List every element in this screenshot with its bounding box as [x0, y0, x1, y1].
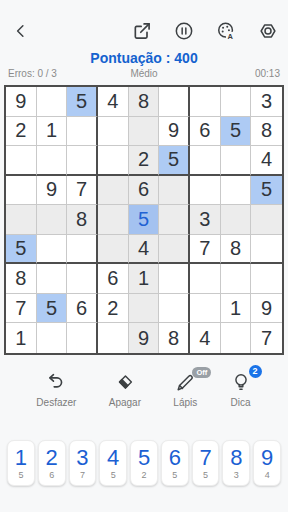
cell-r4c4[interactable] [98, 176, 129, 206]
numpad-digit: 1 [15, 447, 27, 469]
back-button[interactable] [10, 20, 32, 42]
settings-button[interactable] [258, 20, 280, 42]
sudoku-board: 954832196582549765853547886175621919847 [4, 85, 284, 355]
cell-r2c1[interactable]: 2 [6, 117, 37, 147]
numpad-button-9[interactable]: 94 [253, 440, 281, 486]
numpad-digit: 8 [230, 447, 242, 469]
cell-r7c3[interactable] [67, 264, 98, 294]
cell-r6c3[interactable] [67, 235, 98, 265]
cell-r8c9[interactable]: 9 [251, 294, 282, 324]
numpad-button-1[interactable]: 15 [7, 440, 35, 486]
cell-r2c4[interactable] [98, 117, 129, 147]
cell-r2c5[interactable] [129, 117, 160, 147]
hint-button[interactable]: 2 Dica [224, 368, 258, 412]
palette-icon: A [216, 21, 238, 41]
cell-r2c3[interactable] [67, 117, 98, 147]
cell-r6c8[interactable]: 8 [221, 235, 252, 265]
undo-button[interactable]: Desfazer [30, 368, 82, 412]
undo-label: Desfazer [36, 397, 76, 408]
numpad-remaining-count: 4 [265, 471, 270, 480]
cell-r6c6[interactable] [159, 235, 190, 265]
cell-r7c7[interactable] [190, 264, 221, 294]
cell-r1c7[interactable] [190, 87, 221, 117]
share-icon [132, 21, 154, 41]
numpad-remaining-count: 7 [80, 471, 85, 480]
numpad-remaining-count: 2 [142, 471, 147, 480]
numpad-digit: 6 [169, 447, 181, 469]
numpad-remaining-count: 5 [18, 471, 23, 480]
cell-r5c1[interactable] [6, 205, 37, 235]
cell-r9c3[interactable] [67, 323, 98, 353]
hint-label: Dica [231, 397, 251, 408]
settings-icon [258, 21, 280, 41]
numpad-digit: 9 [261, 447, 273, 469]
cell-r5c3[interactable]: 8 [67, 205, 98, 235]
cell-r1c3[interactable]: 5 [67, 87, 98, 117]
cell-r4c8[interactable] [221, 176, 252, 206]
numpad-remaining-count: 3 [234, 471, 239, 480]
cell-r7c9[interactable] [251, 264, 282, 294]
cell-r9c8[interactable] [221, 323, 252, 353]
cell-r7c5[interactable]: 1 [129, 264, 160, 294]
errors-label: Erros: 0 / 3 [8, 68, 57, 79]
cell-r8c8[interactable]: 1 [221, 294, 252, 324]
pencil-label: Lápis [173, 397, 197, 408]
cell-r6c2[interactable] [37, 235, 68, 265]
cell-r2c6[interactable]: 9 [159, 117, 190, 147]
cell-r7c2[interactable] [37, 264, 68, 294]
pencil-off-badge: Off [192, 367, 211, 378]
undo-icon [45, 372, 67, 392]
numpad-button-2[interactable]: 26 [38, 440, 66, 486]
score-label: Pontuação : 400 [0, 50, 288, 66]
cell-r1c6[interactable] [159, 87, 190, 117]
cell-r7c1[interactable]: 8 [6, 264, 37, 294]
cell-r3c9[interactable]: 4 [251, 146, 282, 176]
cell-r9c4[interactable] [98, 323, 129, 353]
cell-r2c2[interactable]: 1 [37, 117, 68, 147]
cell-r3c6[interactable]: 5 [159, 146, 190, 176]
numpad-button-8[interactable]: 83 [222, 440, 250, 486]
lightbulb-icon [230, 372, 252, 392]
numpad-button-5[interactable]: 52 [130, 440, 158, 486]
toolbar: Desfazer Apagar Off Lápis 2 Dica [10, 368, 278, 412]
cell-r9c7[interactable]: 4 [190, 323, 221, 353]
cell-r8c4[interactable]: 2 [98, 294, 129, 324]
cell-r4c7[interactable] [190, 176, 221, 206]
numpad-digit: 2 [46, 447, 58, 469]
numpad-button-7[interactable]: 75 [192, 440, 220, 486]
cell-r9c1[interactable]: 1 [6, 323, 37, 353]
hint-count-badge: 2 [249, 365, 262, 378]
cell-r8c3[interactable]: 6 [67, 294, 98, 324]
cell-r4c1[interactable] [6, 176, 37, 206]
cell-r6c1[interactable]: 5 [6, 235, 37, 265]
sudoku-app-screen: A Pontuação : 400 Médio Erros: 0 / 3 00:… [0, 0, 288, 512]
numpad-digit: 3 [76, 447, 88, 469]
cell-r4c2[interactable]: 9 [37, 176, 68, 206]
numpad-button-6[interactable]: 65 [161, 440, 189, 486]
numpad-remaining-count: 5 [203, 471, 208, 480]
svg-text:A: A [227, 32, 233, 41]
status-bar: Médio Erros: 0 / 3 00:13 [8, 68, 280, 79]
cell-r7c4[interactable]: 6 [98, 264, 129, 294]
cell-r3c1[interactable] [6, 146, 37, 176]
cell-r6c5[interactable]: 4 [129, 235, 160, 265]
timer-label: 00:13 [255, 68, 280, 79]
cell-r5c8[interactable] [221, 205, 252, 235]
cell-r4c9[interactable]: 5 [251, 176, 282, 206]
cell-r3c5[interactable]: 2 [129, 146, 160, 176]
cell-r5c7[interactable]: 3 [190, 205, 221, 235]
cell-r5c5[interactable]: 5 [129, 205, 160, 235]
pause-button[interactable] [174, 20, 196, 42]
erase-button[interactable]: Apagar [103, 368, 147, 412]
numpad-remaining-count: 5 [111, 471, 116, 480]
cell-r4c5[interactable]: 6 [129, 176, 160, 206]
cell-r8c6[interactable] [159, 294, 190, 324]
cell-r7c8[interactable] [221, 264, 252, 294]
cell-r8c5[interactable] [129, 294, 160, 324]
cell-r1c5[interactable]: 8 [129, 87, 160, 117]
cell-r4c3[interactable]: 7 [67, 176, 98, 206]
cell-r6c4[interactable] [98, 235, 129, 265]
numpad-digit: 4 [107, 447, 119, 469]
cell-r5c2[interactable] [37, 205, 68, 235]
cell-r2c7[interactable]: 6 [190, 117, 221, 147]
numpad-digit: 7 [199, 447, 211, 469]
cell-r4c6[interactable] [159, 176, 190, 206]
numpad-remaining-count: 5 [172, 471, 177, 480]
palette-button[interactable]: A [216, 20, 238, 42]
numpad-button-4[interactable]: 45 [99, 440, 127, 486]
numpad-remaining-count: 6 [49, 471, 54, 480]
cell-r1c1[interactable]: 9 [6, 87, 37, 117]
cell-r6c7[interactable]: 7 [190, 235, 221, 265]
cell-r9c6[interactable]: 8 [159, 323, 190, 353]
share-button[interactable] [132, 20, 154, 42]
pencil-button[interactable]: Off Lápis [167, 368, 203, 412]
cell-r9c9[interactable]: 7 [251, 323, 282, 353]
cell-r7c6[interactable] [159, 264, 190, 294]
eraser-icon [114, 372, 136, 392]
top-bar: A [0, 18, 288, 46]
cell-r8c2[interactable]: 5 [37, 294, 68, 324]
cell-r5c6[interactable] [159, 205, 190, 235]
cell-r1c9[interactable]: 3 [251, 87, 282, 117]
cell-r9c5[interactable]: 9 [129, 323, 160, 353]
pause-icon [174, 21, 196, 41]
cell-r8c1[interactable]: 7 [6, 294, 37, 324]
cell-r6c9[interactable] [251, 235, 282, 265]
cell-r2c9[interactable]: 8 [251, 117, 282, 147]
cell-r1c4[interactable]: 4 [98, 87, 129, 117]
cell-r8c7[interactable] [190, 294, 221, 324]
cell-r2c8[interactable]: 5 [221, 117, 252, 147]
top-icon-group: A [132, 20, 280, 42]
cell-r3c2[interactable] [37, 146, 68, 176]
cell-r5c4[interactable] [98, 205, 129, 235]
cell-r3c8[interactable] [221, 146, 252, 176]
erase-label: Apagar [109, 397, 141, 408]
back-icon [12, 22, 30, 40]
cell-r3c7[interactable] [190, 146, 221, 176]
cell-r3c4[interactable] [98, 146, 129, 176]
cell-r1c8[interactable] [221, 87, 252, 117]
numpad-button-3[interactable]: 37 [69, 440, 97, 486]
numpad-digit: 5 [138, 447, 150, 469]
cell-r5c9[interactable] [251, 205, 282, 235]
cell-r3c3[interactable] [67, 146, 98, 176]
cell-r1c2[interactable] [37, 87, 68, 117]
numpad: 152637455265758394 [7, 440, 281, 486]
cell-r9c2[interactable] [37, 323, 68, 353]
